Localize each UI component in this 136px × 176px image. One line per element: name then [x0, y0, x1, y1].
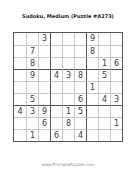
cell-r1c9[interactable] [110, 33, 122, 45]
cell-r3c1[interactable] [14, 57, 26, 69]
cell-r3c9[interactable]: 6 [110, 57, 122, 69]
cell-r9c8[interactable] [98, 129, 110, 141]
cell-r8c6[interactable] [74, 117, 86, 129]
cell-r6c8[interactable]: 4 [98, 93, 110, 105]
cell-r5c9[interactable] [110, 81, 122, 93]
cell-r6c1[interactable] [14, 93, 26, 105]
cell-r7c4[interactable] [50, 105, 62, 117]
cell-r8c1[interactable] [14, 117, 26, 129]
cell-r5c5[interactable] [62, 81, 74, 93]
cell-r5c4[interactable] [50, 81, 62, 93]
cell-r3c2[interactable]: 8 [26, 57, 38, 69]
cell-r5c3[interactable] [38, 81, 50, 93]
cell-r6c5[interactable] [62, 93, 74, 105]
cell-r9c4[interactable]: 6 [50, 129, 62, 141]
cell-r1c4[interactable] [50, 33, 62, 45]
cell-r7c3[interactable]: 9 [38, 105, 50, 117]
cell-r3c5[interactable] [62, 57, 74, 69]
cell-r7c7[interactable] [86, 105, 98, 117]
cell-r4c3[interactable] [38, 69, 50, 81]
cell-r5c1[interactable] [14, 81, 26, 93]
cell-r1c3[interactable]: 3 [38, 33, 50, 45]
cell-r9c3[interactable] [38, 129, 50, 141]
cell-r4c9[interactable] [110, 69, 122, 81]
cell-r5c6[interactable] [74, 81, 86, 93]
cell-r2c2[interactable]: 7 [26, 45, 38, 57]
cell-r1c2[interactable] [26, 33, 38, 45]
cell-r1c7[interactable]: 9 [86, 33, 98, 45]
cell-r9c7[interactable] [86, 129, 98, 141]
cell-r5c2[interactable] [26, 81, 38, 93]
cell-r6c6[interactable]: 6 [74, 93, 86, 105]
cell-r2c9[interactable] [110, 45, 122, 57]
cell-r4c6[interactable]: 8 [74, 69, 86, 81]
cell-r9c1[interactable] [14, 129, 26, 141]
page-title: Sudoku, Medium (Puzzle #A273) [0, 13, 136, 19]
cell-r9c9[interactable] [110, 129, 122, 141]
cell-r4c5[interactable]: 3 [62, 69, 74, 81]
cell-r8c8[interactable] [98, 117, 110, 129]
cell-r1c6[interactable] [74, 33, 86, 45]
cell-r8c4[interactable] [50, 117, 62, 129]
sudoku-sheet: Sudoku, Medium (Puzzle #A273) 3978816943… [0, 0, 136, 176]
cell-r1c5[interactable] [62, 33, 74, 45]
cell-r6c4[interactable] [50, 93, 62, 105]
cell-r1c1[interactable] [14, 33, 26, 45]
cell-r5c8[interactable] [98, 81, 110, 93]
footer-url: www.PrintablePuzzles.com [0, 162, 136, 167]
cell-r7c9[interactable] [110, 105, 122, 117]
cell-r9c6[interactable]: 4 [74, 129, 86, 141]
cell-r3c3[interactable] [38, 57, 50, 69]
cell-r2c5[interactable] [62, 45, 74, 57]
cell-r2c1[interactable] [14, 45, 26, 57]
cell-r7c1[interactable]: 4 [14, 105, 26, 117]
cell-r4c7[interactable] [86, 69, 98, 81]
cell-r8c5[interactable]: 8 [62, 117, 74, 129]
cell-r4c4[interactable]: 4 [50, 69, 62, 81]
cell-r7c8[interactable] [98, 105, 110, 117]
cell-r7c5[interactable]: 1 [62, 105, 74, 117]
cell-r2c8[interactable] [98, 45, 110, 57]
cell-r3c4[interactable] [50, 57, 62, 69]
cell-r6c9[interactable]: 3 [110, 93, 122, 105]
cell-r6c2[interactable]: 5 [26, 93, 38, 105]
cell-r6c3[interactable] [38, 93, 50, 105]
cell-r8c2[interactable] [26, 117, 38, 129]
cell-r3c8[interactable]: 1 [98, 57, 110, 69]
cell-r1c8[interactable] [98, 33, 110, 45]
cell-r4c1[interactable] [14, 69, 26, 81]
cell-r8c7[interactable] [86, 117, 98, 129]
cell-r6c7[interactable] [86, 93, 98, 105]
cell-r9c2[interactable]: 1 [26, 129, 38, 141]
cell-r9c5[interactable] [62, 129, 74, 141]
cell-r4c2[interactable]: 9 [26, 69, 38, 81]
cell-r7c6[interactable]: 5 [74, 105, 86, 117]
cell-r3c6[interactable] [74, 57, 86, 69]
cell-r2c4[interactable] [50, 45, 62, 57]
cell-r8c3[interactable]: 6 [38, 117, 50, 129]
cell-r2c6[interactable] [74, 45, 86, 57]
cell-r2c7[interactable]: 8 [86, 45, 98, 57]
cell-r2c3[interactable] [38, 45, 50, 57]
cell-r5c7[interactable]: 1 [86, 81, 98, 93]
cell-r7c2[interactable]: 3 [26, 105, 38, 117]
cell-r3c7[interactable] [86, 57, 98, 69]
cell-r8c9[interactable]: 1 [110, 117, 122, 129]
sudoku-board: 3978816943851564343915681164 [13, 32, 123, 142]
cell-r4c8[interactable]: 5 [98, 69, 110, 81]
